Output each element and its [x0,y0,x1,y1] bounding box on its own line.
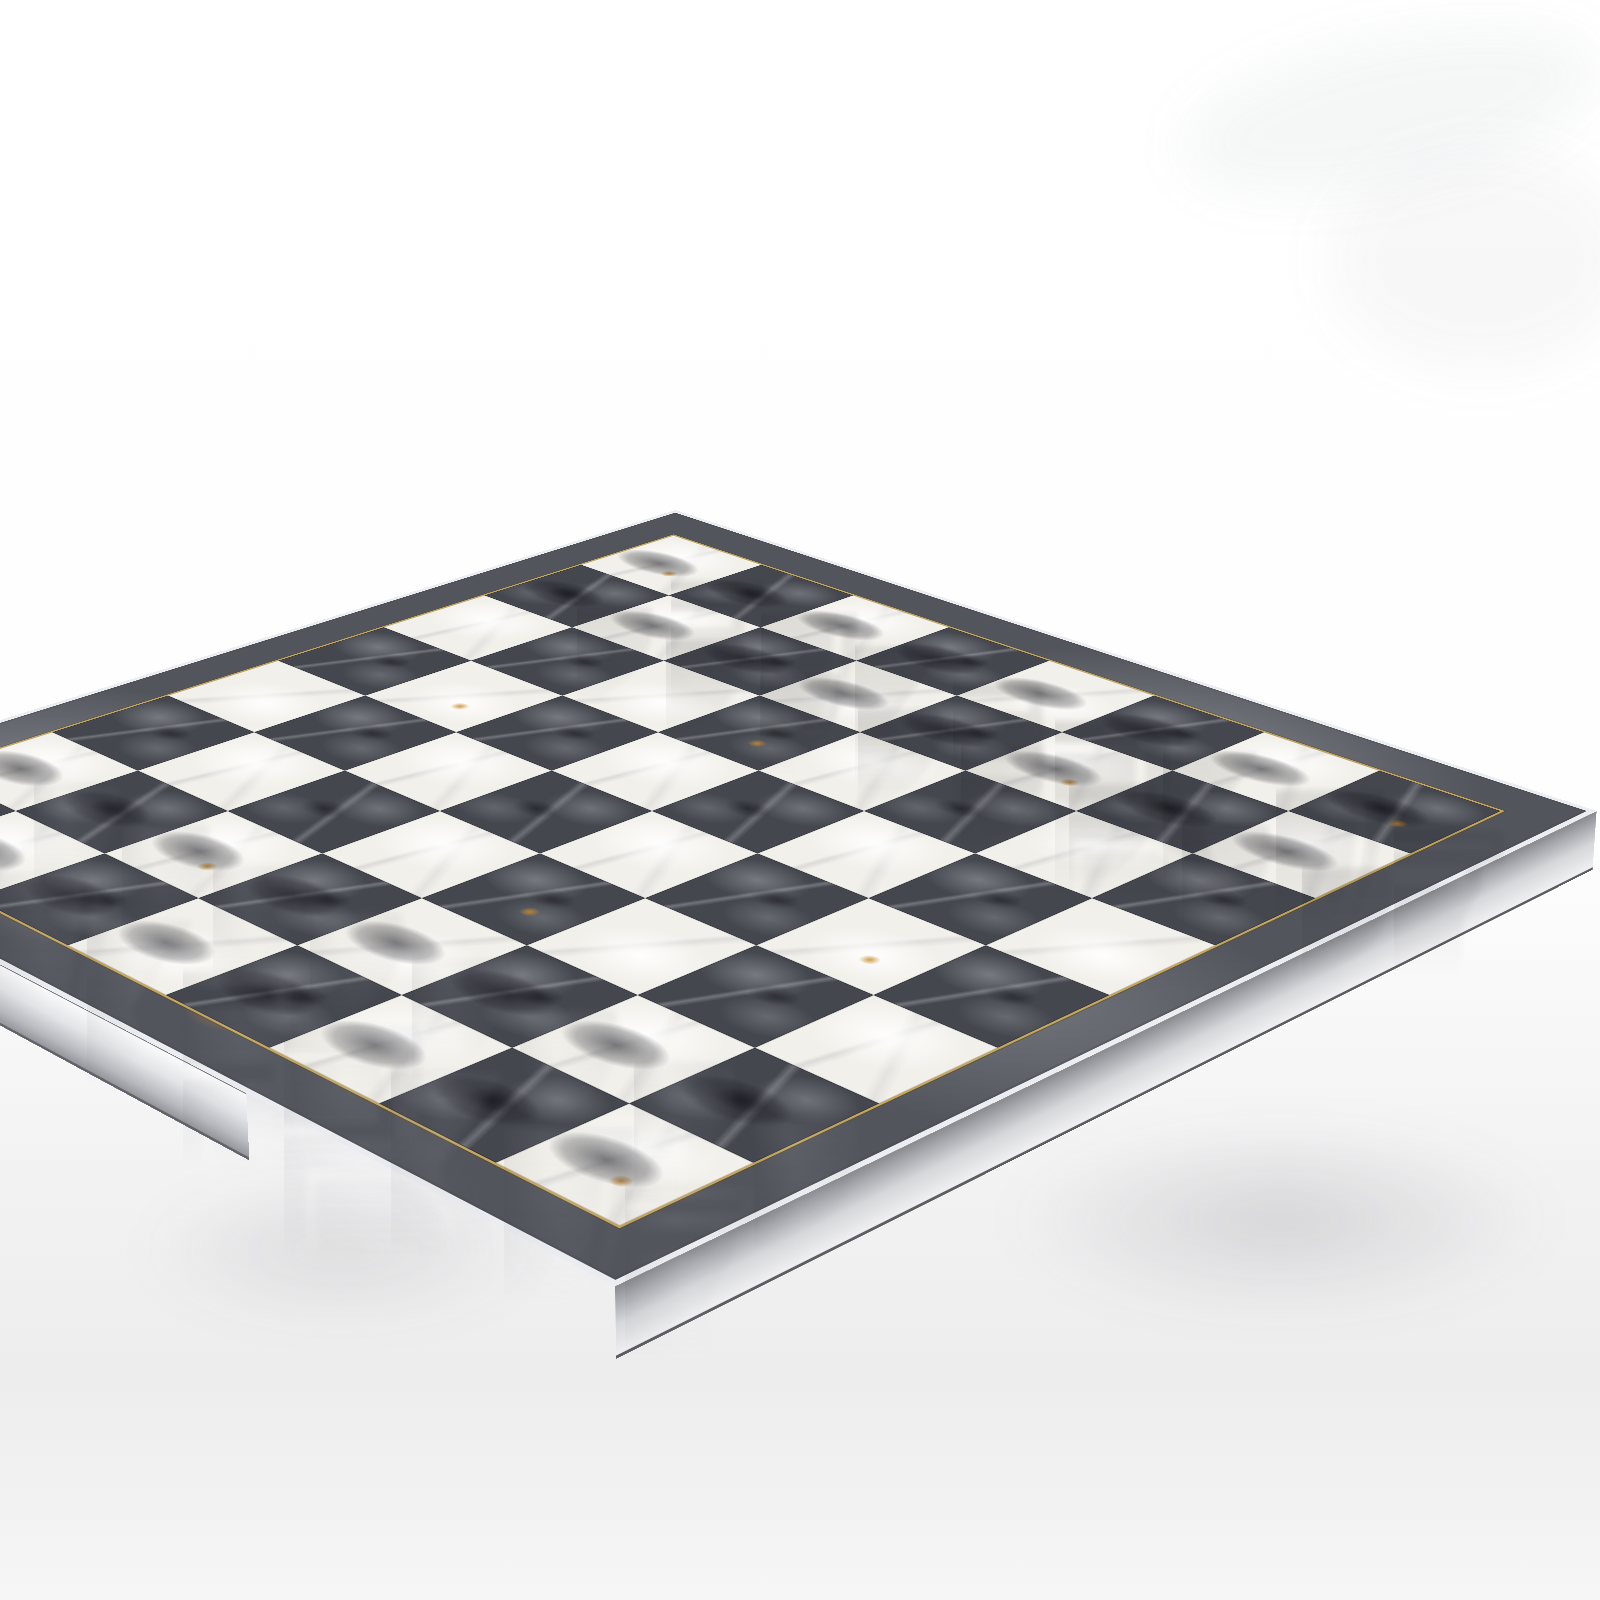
scene-3d: ♜♜♞♞♝♝♛♛♚♚♝♝♞♞♜♜♟♟♟♟♟♟♟♟♟♟♟♟♟♟♟♟♟♟♟♟♟♟♟♟… [0,0,1600,1600]
black-pawn-h7: ♟♟ [1193,811,1411,898]
white-rook-h1: ♜♜ [496,1103,754,1225]
product-photo-stage: ♜♜♞♞♝♝♛♛♚♚♝♝♞♞♜♜♟♟♟♟♟♟♟♟♟♟♟♟♟♟♟♟♟♟♟♟♟♟♟♟… [0,0,1600,1600]
chess-board: ♜♜♞♞♝♝♛♛♚♚♝♝♞♞♜♜♟♟♟♟♟♟♟♟♟♟♟♟♟♟♟♟♟♟♟♟♟♟♟♟… [0,510,1597,1286]
